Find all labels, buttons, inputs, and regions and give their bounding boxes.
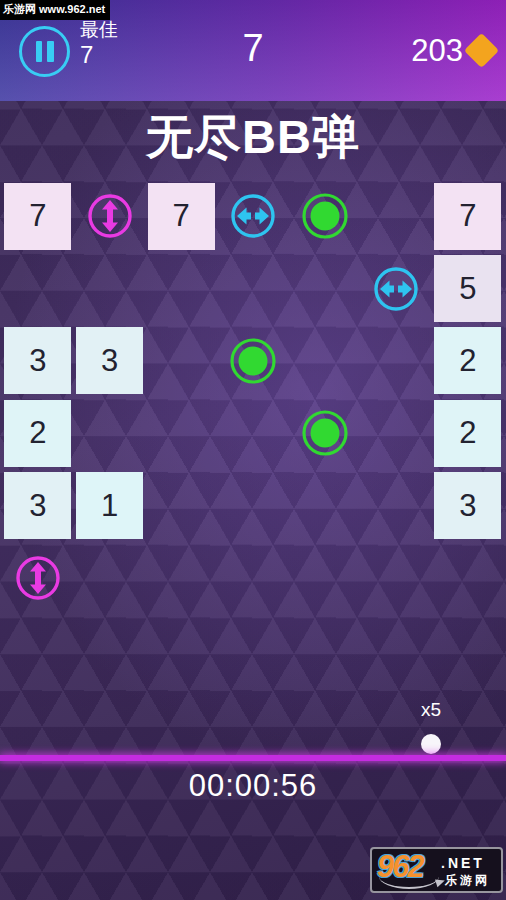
brick: 2 bbox=[434, 400, 501, 467]
powerup-horizontal-arrows-icon bbox=[230, 193, 276, 239]
powerup-extra-ball bbox=[289, 397, 361, 469]
brick: 3 bbox=[434, 472, 501, 539]
brick-health: 7 bbox=[173, 198, 190, 234]
powerup-horizontal-arrows bbox=[360, 252, 432, 324]
brick-health: 3 bbox=[459, 488, 476, 524]
gem-icon bbox=[464, 33, 499, 68]
brick: 7 bbox=[148, 183, 215, 250]
powerup-vertical-arrows-icon bbox=[15, 555, 61, 601]
brick-health: 3 bbox=[29, 343, 46, 379]
powerup-vertical-arrows bbox=[2, 542, 74, 614]
brick: 3 bbox=[76, 327, 143, 394]
timer: 00:00:56 bbox=[0, 768, 506, 804]
brick: 3 bbox=[4, 327, 71, 394]
ball-multiplier: x5 bbox=[406, 699, 456, 721]
logo-net: .NET bbox=[441, 855, 485, 871]
gem-counter: 203 bbox=[411, 0, 497, 101]
board: 7 7 7 533 22 2313 bbox=[2, 180, 504, 615]
gem-count: 203 bbox=[411, 33, 463, 69]
powerup-vertical-arrows-icon bbox=[87, 193, 133, 239]
brick-health: 5 bbox=[459, 271, 476, 307]
brick-health: 7 bbox=[459, 198, 476, 234]
logo-site: 乐游网 bbox=[445, 872, 490, 889]
powerup-horizontal-arrows-icon bbox=[373, 266, 419, 312]
logo-swoosh-icon bbox=[379, 875, 439, 889]
brick: 2 bbox=[4, 400, 71, 467]
brick: 7 bbox=[434, 183, 501, 250]
death-line bbox=[0, 755, 506, 761]
brick: 1 bbox=[76, 472, 143, 539]
brick-health: 2 bbox=[459, 415, 476, 451]
powerup-horizontal-arrows bbox=[217, 180, 289, 252]
game-screen[interactable]: 最佳 7 7 203 乐游网 www.962.net 无尽BB弹 7 7 7 5 bbox=[0, 0, 506, 900]
brick-health: 3 bbox=[29, 488, 46, 524]
brick: 7 bbox=[4, 183, 71, 250]
powerup-extra-ball bbox=[217, 325, 289, 397]
powerup-extra-ball-icon bbox=[230, 338, 276, 384]
launcher-ball[interactable] bbox=[421, 734, 441, 754]
brick: 3 bbox=[4, 472, 71, 539]
powerup-extra-ball-icon bbox=[302, 410, 348, 456]
game-title: 无尽BB弹 bbox=[0, 106, 506, 169]
site-watermark: 乐游网 www.962.net bbox=[0, 0, 110, 20]
powerup-extra-ball-icon bbox=[302, 193, 348, 239]
brick-health: 2 bbox=[459, 343, 476, 379]
brick-health: 2 bbox=[29, 415, 46, 451]
brick-health: 7 bbox=[29, 198, 46, 234]
powerup-extra-ball bbox=[289, 180, 361, 252]
brick-health: 3 bbox=[101, 343, 118, 379]
powerup-vertical-arrows bbox=[74, 180, 146, 252]
brick: 5 bbox=[434, 255, 501, 322]
brick: 2 bbox=[434, 327, 501, 394]
brick-health: 1 bbox=[101, 488, 118, 524]
logo-watermark: 962 .NET 乐游网 bbox=[370, 847, 503, 893]
